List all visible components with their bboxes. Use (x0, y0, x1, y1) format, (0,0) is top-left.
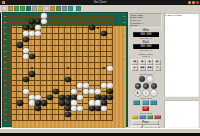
white-stone[interactable] (83, 89, 88, 94)
tree-next-button[interactable] (150, 100, 157, 105)
white-stone[interactable] (35, 25, 40, 30)
black-stone[interactable] (29, 25, 34, 30)
coord-label-right: 19 (122, 15, 128, 18)
white-stone[interactable] (23, 54, 28, 59)
black-stone[interactable] (65, 112, 70, 117)
move-info-line: Caps W: 0 B: 0 (130, 53, 162, 55)
coord-label-left: 16 (2, 32, 8, 35)
grid-line-h (4, 120, 113, 121)
white-stone[interactable] (29, 100, 34, 105)
grid-line-h (4, 62, 113, 63)
white-stone[interactable] (29, 95, 34, 100)
coord-label-right: 14 (122, 44, 128, 47)
white-stone[interactable] (23, 31, 28, 36)
white-stone[interactable] (35, 95, 40, 100)
coord-label-left: 19 (2, 15, 8, 18)
white-stone[interactable] (41, 13, 46, 18)
white-stone[interactable] (95, 100, 100, 105)
grid-line-h (4, 51, 113, 52)
coord-label-right: 5 (122, 96, 128, 99)
coord-label-right: 16 (122, 32, 128, 35)
chat-line: 3. white vs. black (165, 14, 182, 16)
new-board-icon[interactable] (2, 6, 7, 11)
score-dead-button[interactable] (147, 115, 154, 119)
nav-button-5[interactable]: ◀◀ (139, 65, 146, 71)
black-stone[interactable] (29, 54, 34, 59)
black-stone[interactable] (101, 31, 106, 36)
grid-line-h (4, 80, 113, 81)
nav-button-7[interactable]: ▼ (154, 65, 161, 71)
grid-line-h (4, 33, 113, 34)
white-stone[interactable] (71, 100, 76, 105)
grid-line-h (4, 68, 113, 69)
black-stone[interactable] (41, 100, 46, 105)
black-stone[interactable] (35, 100, 40, 105)
nav-button-6[interactable]: ▶▶ (146, 65, 153, 71)
white-clock: 00:00 (133, 32, 159, 37)
white-stone[interactable] (89, 100, 94, 105)
mark-cross-button[interactable]: ✕ (135, 83, 141, 89)
hoshi-point (67, 33, 69, 35)
grid-line-h (4, 74, 113, 75)
nav-button-4[interactable]: ▲ (131, 65, 138, 71)
white-stone-button[interactable] (147, 76, 153, 82)
coord-label-left: 8 (2, 79, 8, 82)
white-stone[interactable] (107, 66, 112, 71)
coord-label-right: 11 (122, 61, 128, 64)
white-stone[interactable] (29, 31, 34, 36)
coord-label-top: T (119, 10, 125, 13)
pass-button[interactable]: Pass (132, 120, 159, 125)
white-stone[interactable] (35, 31, 40, 36)
minimize-button-icon[interactable] (188, 1, 191, 4)
tree-main-button[interactable] (142, 100, 149, 105)
black-stone-button[interactable] (139, 76, 145, 82)
game-info-line: Result: - (131, 24, 161, 27)
coord-label-bottom: T (119, 123, 125, 126)
black-stone[interactable] (59, 100, 64, 105)
coord-label-left: 13 (2, 50, 8, 53)
coord-label-left: 15 (2, 38, 8, 41)
grid-line-h (4, 27, 113, 28)
black-stone[interactable] (71, 95, 76, 100)
coord-label-left: 4 (2, 102, 8, 105)
grid-line-h (4, 39, 113, 40)
hoshi-point (67, 67, 69, 69)
coord-label-left: 18 (2, 21, 8, 24)
black-stone[interactable] (17, 42, 22, 47)
white-stone[interactable] (23, 89, 28, 94)
side-panel: White: whiteBlack: blackKomi: 0.5Handica… (128, 12, 200, 128)
mark-circle-button[interactable]: ○ (151, 90, 157, 96)
game-tools-header: Game Tools (130, 97, 162, 99)
nav-button-1[interactable]: ◀ (139, 59, 146, 65)
coord-label-right: 8 (122, 79, 128, 82)
white-stone[interactable] (95, 89, 100, 94)
coord-label-right: 7 (122, 84, 128, 87)
maximize-button-icon[interactable] (192, 1, 195, 4)
grid-line-h (4, 114, 113, 115)
coord-label-right: 17 (122, 26, 128, 29)
coord-label-right: 12 (122, 55, 128, 58)
black-stone[interactable] (107, 95, 112, 100)
coord-label-left: 6 (2, 90, 8, 93)
score-territory-button[interactable] (132, 115, 139, 119)
black-stone[interactable] (95, 95, 100, 100)
black-stone[interactable] (65, 100, 70, 105)
coord-label-left: 10 (2, 67, 8, 70)
black-byoyomi: Byoyomi: -1 (130, 49, 162, 51)
black-stone[interactable] (17, 100, 22, 105)
white-stone[interactable] (77, 83, 82, 88)
white-stone[interactable] (83, 83, 88, 88)
mark-square-button[interactable]: □ (151, 83, 157, 89)
grid-line-h (4, 16, 113, 17)
mark-letter-button[interactable]: A (135, 90, 141, 96)
score-clear-button[interactable] (154, 115, 161, 119)
black-stone[interactable] (23, 37, 28, 42)
grid-line-h (4, 56, 113, 57)
hoshi-point (31, 67, 33, 69)
close-button-icon[interactable] (196, 1, 199, 4)
white-stone[interactable] (101, 83, 106, 88)
coord-label-left: 3 (2, 108, 8, 111)
black-stone[interactable] (101, 100, 106, 105)
chat-pane[interactable]: 3. white vs. black (164, 13, 199, 97)
coord-label-left: 14 (2, 44, 8, 47)
coord-label-right: 6 (122, 90, 128, 93)
window-title: Go Client (0, 0, 200, 4)
coord-label-left: 1 (2, 119, 8, 122)
coord-label-left: 7 (2, 84, 8, 87)
black-stone[interactable] (65, 95, 70, 100)
board-marker (97, 27, 99, 29)
coord-label-right: 2 (122, 113, 128, 116)
mark-number-button[interactable]: 1 (143, 90, 149, 96)
score-area-button[interactable] (139, 115, 146, 119)
black-stone[interactable] (89, 25, 94, 30)
coord-label-right: 4 (122, 102, 128, 105)
nav-button-3[interactable]: ▶| (154, 59, 161, 65)
mark-triangle-button[interactable]: △ (143, 83, 149, 89)
tree-prev-button[interactable] (133, 100, 140, 105)
normal-tools-header: Normal Tools (130, 73, 162, 75)
black-stone[interactable] (53, 89, 58, 94)
black-stone[interactable] (29, 71, 34, 76)
white-stone[interactable] (77, 95, 82, 100)
game-info-box: White: whiteBlack: blackKomi: 0.5Handica… (130, 13, 162, 28)
hoshi-point (103, 67, 105, 69)
nav-button-0[interactable]: |◀ (131, 59, 138, 65)
comment-input-pane[interactable] (164, 100, 199, 128)
coord-label-left: 12 (2, 55, 8, 58)
white-stone[interactable] (89, 89, 94, 94)
move-info-line: Move 0 (130, 55, 162, 57)
window-border-bottom (0, 133, 200, 136)
score-tools-header: Score Tools (130, 112, 162, 114)
coord-label-left: 17 (2, 26, 8, 29)
white-stone[interactable] (107, 83, 112, 88)
black-stone[interactable] (59, 95, 64, 100)
app-window: Go Client AABBCCDDEEFFGGHHJJKKLLMMNNOOPP… (0, 0, 200, 136)
delete-button[interactable]: ✕ (142, 106, 149, 111)
black-stone[interactable] (107, 89, 112, 94)
coord-label-right: 9 (122, 73, 128, 76)
coord-label-right: 15 (122, 38, 128, 41)
coord-label-left: 2 (2, 113, 8, 116)
grid-line-h (4, 22, 113, 23)
coord-label-left: 9 (2, 73, 8, 76)
coord-label-left: 11 (2, 61, 8, 64)
coord-label-right: 18 (122, 21, 128, 24)
grid-line-h (4, 85, 113, 86)
coord-label-left: 5 (2, 96, 8, 99)
go-board[interactable]: AABBCCDDEEFFGGHHJJKKLLMMNNOOPPQQRRSSTT19… (2, 12, 128, 127)
white-stone[interactable] (71, 89, 76, 94)
black-stone[interactable] (101, 95, 106, 100)
black-stone[interactable] (47, 95, 52, 100)
coord-label-right: 1 (122, 119, 128, 122)
coord-label-right: 13 (122, 50, 128, 53)
black-stone[interactable] (23, 25, 28, 30)
black-clock: 00:00 (133, 44, 159, 49)
nav-button-2[interactable]: ▶ (146, 59, 153, 65)
coord-label-right: 10 (122, 67, 128, 70)
coord-label-right: 3 (122, 108, 128, 111)
white-byoyomi: Byoyomi: -1 (130, 37, 162, 39)
